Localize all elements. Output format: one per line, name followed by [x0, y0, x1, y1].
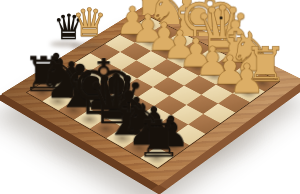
piece-black-rook[interactable]: ♜ — [136, 112, 160, 163]
board-frame: ♜♞♝♚♛♝♞♜♟♟♟♟♟♟♟♟♟♟♟♟♟♟♟♟♜♞♝♚♛♝♞♜ — [2, 4, 300, 186]
piece-white-pawn[interactable]: ♟ — [229, 58, 252, 99]
bishop-finial — [219, 17, 222, 20]
extra-queen-white[interactable]: ♛ — [72, 3, 107, 42]
square-a8[interactable]: ♜ — [140, 146, 173, 167]
chess-set-product-photo: ♜♞♝♚♛♝♞♜♟♟♟♟♟♟♟♟♟♟♟♟♟♟♟♟♜♞♝♚♛♝♞♜ ♛ ♛ — [0, 0, 300, 194]
scene: ♜♞♝♚♛♝♞♜♟♟♟♟♟♟♟♟♟♟♟♟♟♟♟♟♜♞♝♚♛♝♞♜ — [0, 0, 300, 194]
